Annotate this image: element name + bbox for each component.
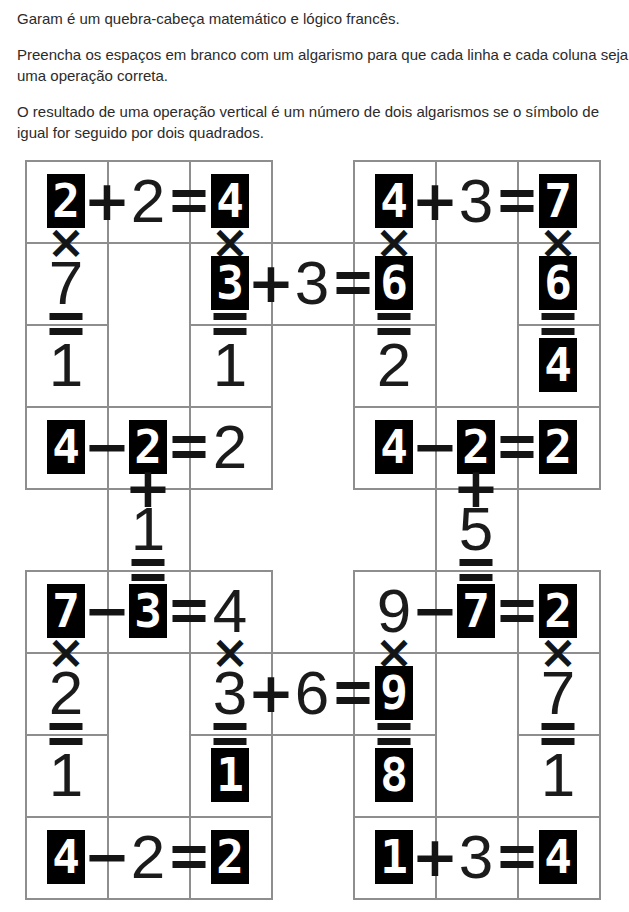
solved-digit: 4	[375, 420, 413, 474]
grid-line	[353, 898, 601, 900]
minus-operator: −	[84, 419, 131, 475]
given-digit: 3	[459, 826, 493, 888]
cell-r8c3[interactable]: 1	[189, 734, 271, 816]
equals-operator	[173, 600, 206, 622]
instruction-line-3: O resultado de uma operação vertical é u…	[17, 101, 629, 143]
equals-operator	[378, 313, 411, 335]
equals-operator	[501, 600, 534, 622]
plus-operator: +	[412, 829, 459, 885]
equals-operator	[173, 846, 206, 868]
times-operator: ×	[539, 629, 578, 675]
garam-board: 2 2 4 4 3 7 7 3 3 6 6 1 1 2 4 4 2 2 4 2 …	[25, 160, 603, 902]
times-operator: ×	[47, 629, 86, 675]
equals-operator	[501, 436, 534, 458]
times-operator: ×	[211, 629, 250, 675]
plus-operator: +	[125, 460, 172, 516]
equals-operator	[337, 682, 370, 704]
grid-line	[599, 570, 601, 900]
garam-puzzle-page: Garam é um quebra-cabeça matemático e ló…	[0, 0, 629, 912]
times-operator: ×	[375, 629, 414, 675]
solved-digit: 7	[457, 584, 495, 638]
grid-line	[271, 160, 273, 490]
given-digit: 1	[49, 334, 83, 396]
equals-operator	[173, 190, 206, 212]
solved-digit: 4	[539, 338, 577, 392]
equals-operator	[50, 723, 83, 745]
given-digit: 2	[213, 416, 247, 478]
equals-operator	[214, 313, 247, 335]
solved-digit: 1	[211, 748, 249, 802]
equals-operator	[50, 313, 83, 335]
solved-digit: 1	[375, 830, 413, 884]
cell-r8c5[interactable]: 8	[353, 734, 435, 816]
cell-r3c7[interactable]: 4	[517, 324, 599, 406]
plus-operator: +	[248, 665, 295, 721]
minus-operator: −	[84, 583, 131, 639]
equals-operator	[378, 723, 411, 745]
equals-operator	[542, 313, 575, 335]
times-operator: ×	[47, 219, 86, 265]
minus-operator: −	[84, 829, 131, 885]
grid-line	[25, 898, 273, 900]
cell-r3c3: 1	[189, 324, 271, 406]
equals-operator	[214, 723, 247, 745]
instruction-line-1: Garam é um quebra-cabeça matemático e ló…	[17, 8, 629, 29]
given-digit: 2	[131, 170, 165, 232]
solved-digit: 3	[129, 584, 167, 638]
cell-r3c5: 2	[353, 324, 435, 406]
given-digit: 1	[49, 744, 83, 806]
cell-r3c1: 1	[25, 324, 107, 406]
equals-operator	[460, 559, 493, 581]
given-digit: 2	[377, 334, 411, 396]
minus-operator: −	[412, 583, 459, 639]
given-digit: 3	[459, 170, 493, 232]
solved-digit: 4	[539, 830, 577, 884]
equals-operator	[132, 559, 165, 581]
solved-digit: 2	[539, 420, 577, 474]
equals-operator	[337, 272, 370, 294]
plus-operator: +	[412, 173, 459, 229]
instruction-line-2: Preencha os espaços em branco com um alg…	[17, 44, 629, 86]
plus-operator: +	[248, 255, 295, 311]
given-digit: 6	[295, 662, 329, 724]
equals-operator	[173, 436, 206, 458]
solved-digit: 4	[47, 830, 85, 884]
solved-digit: 8	[375, 748, 413, 802]
given-digit: 3	[295, 252, 329, 314]
minus-operator: −	[412, 419, 459, 475]
equals-operator	[501, 190, 534, 212]
times-operator: ×	[211, 219, 250, 265]
cell-r8c7: 1	[517, 734, 599, 816]
given-digit: 1	[213, 334, 247, 396]
cell-r8c1: 1	[25, 734, 107, 816]
times-operator: ×	[539, 219, 578, 265]
equals-operator	[501, 846, 534, 868]
grid-line	[271, 570, 273, 900]
times-operator: ×	[375, 219, 414, 265]
equals-operator	[542, 723, 575, 745]
instructions: Garam é um quebra-cabeça matemático e ló…	[17, 8, 629, 158]
given-digit: 2	[131, 826, 165, 888]
given-digit: 1	[541, 744, 575, 806]
solved-digit: 2	[211, 830, 249, 884]
grid-line	[599, 160, 601, 490]
solved-digit: 4	[47, 420, 85, 474]
plus-operator: +	[453, 460, 500, 516]
plus-operator: +	[84, 173, 131, 229]
